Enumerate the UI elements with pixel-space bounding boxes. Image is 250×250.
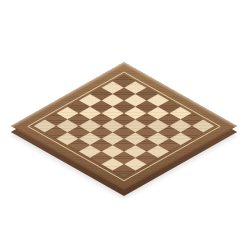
product-photo-scene	[0, 0, 250, 250]
chessboard	[11, 62, 237, 190]
